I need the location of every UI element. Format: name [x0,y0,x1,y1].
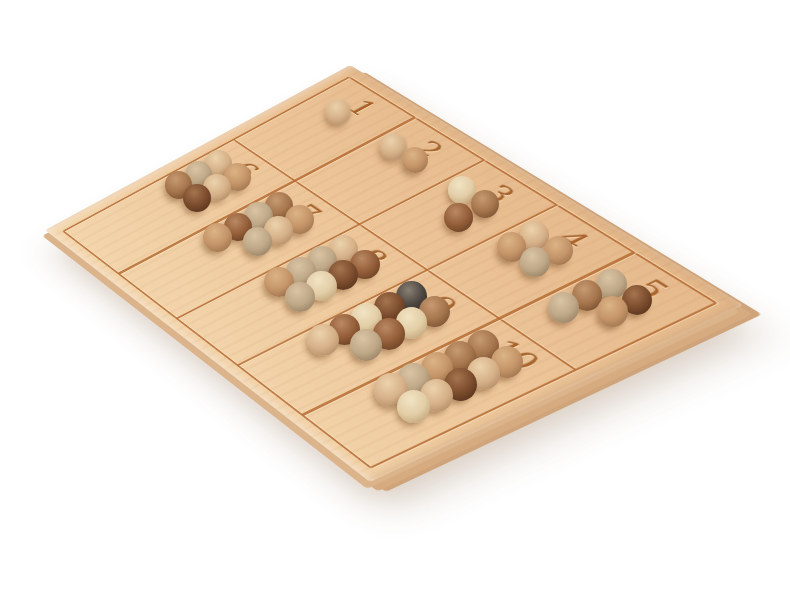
ball-marble[interactable] [548,292,579,323]
ball-marble[interactable] [520,247,550,277]
ball-tan[interactable] [203,223,232,252]
ball-beech[interactable] [307,324,339,356]
ball-beech[interactable] [326,99,351,124]
ball-dark[interactable] [183,184,211,212]
ball-tan[interactable] [597,296,628,327]
ball-redbrown[interactable] [444,203,472,231]
ball-brown[interactable] [471,190,499,218]
counting-board: 12345678910 [45,65,743,482]
photo-stage: 12345678910 [0,0,790,593]
ball-marble[interactable] [243,227,272,256]
